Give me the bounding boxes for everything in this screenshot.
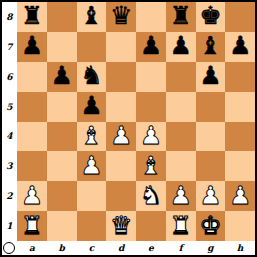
white-knight-e2[interactable]: ♞ xyxy=(140,183,162,208)
square-d8[interactable]: ♛ xyxy=(106,2,136,32)
square-c1[interactable] xyxy=(77,211,107,241)
black-queen-d8[interactable]: ♛ xyxy=(110,3,132,28)
square-a3[interactable] xyxy=(17,151,47,181)
rank-label-7: 7 xyxy=(2,32,17,62)
square-g5[interactable] xyxy=(196,92,226,122)
square-g2[interactable]: ♟ xyxy=(196,181,226,211)
white-queen-d1[interactable]: ♛ xyxy=(110,213,132,238)
square-h8[interactable] xyxy=(225,2,255,32)
square-f7[interactable]: ♟ xyxy=(166,32,196,62)
square-h2[interactable]: ♟ xyxy=(225,181,255,211)
square-b8[interactable] xyxy=(47,2,77,32)
black-rook-a8[interactable]: ♜ xyxy=(21,3,43,28)
rank-label-4: 4 xyxy=(2,122,17,152)
square-g7[interactable]: ♝ xyxy=(196,32,226,62)
chess-board: ♜♝♛♜♚♟♟♟♝♟♟♞♟♟♝♟♟♟♝♟♞♟♟♟♜♛♜♚ xyxy=(17,2,255,241)
square-d5[interactable] xyxy=(106,92,136,122)
white-pawn-h2[interactable]: ♟ xyxy=(229,183,251,208)
white-pawn-d4[interactable]: ♟ xyxy=(110,123,132,148)
rank-label-8: 8 xyxy=(2,2,17,32)
square-g6[interactable]: ♟ xyxy=(196,62,226,92)
white-to-move-indicator xyxy=(3,242,15,254)
square-g3[interactable] xyxy=(196,151,226,181)
rank-labels: 87654321 xyxy=(2,2,17,241)
square-c4[interactable]: ♝ xyxy=(77,122,107,152)
black-pawn-f7[interactable]: ♟ xyxy=(169,33,191,58)
black-rook-f8[interactable]: ♜ xyxy=(169,3,191,28)
square-f4[interactable] xyxy=(166,122,196,152)
square-h1[interactable] xyxy=(225,211,255,241)
square-b3[interactable] xyxy=(47,151,77,181)
square-d2[interactable] xyxy=(106,181,136,211)
square-c5[interactable]: ♟ xyxy=(77,92,107,122)
square-g8[interactable]: ♚ xyxy=(196,2,226,32)
file-label-f: f xyxy=(166,241,196,255)
square-d1[interactable]: ♛ xyxy=(106,211,136,241)
chess-diagram: 87654321 ♜♝♛♜♚♟♟♟♝♟♟♞♟♟♝♟♟♟♝♟♞♟♟♟♜♛♜♚ ab… xyxy=(0,0,257,257)
square-e3[interactable]: ♝ xyxy=(136,151,166,181)
square-g1[interactable]: ♚ xyxy=(196,211,226,241)
file-labels: abcdefgh xyxy=(17,241,255,255)
square-h7[interactable]: ♟ xyxy=(225,32,255,62)
square-c3[interactable]: ♟ xyxy=(77,151,107,181)
square-a7[interactable]: ♟ xyxy=(17,32,47,62)
white-king-g1[interactable]: ♚ xyxy=(199,213,221,238)
square-d7[interactable] xyxy=(106,32,136,62)
square-a8[interactable]: ♜ xyxy=(17,2,47,32)
square-f6[interactable] xyxy=(166,62,196,92)
white-rook-f1[interactable]: ♜ xyxy=(169,213,191,238)
black-pawn-a7[interactable]: ♟ xyxy=(21,33,43,58)
black-pawn-c5[interactable]: ♟ xyxy=(80,93,102,118)
square-f3[interactable] xyxy=(166,151,196,181)
black-pawn-h7[interactable]: ♟ xyxy=(229,33,251,58)
rank-label-1: 1 xyxy=(2,211,17,241)
black-bishop-g7[interactable]: ♝ xyxy=(199,33,221,58)
square-e4[interactable]: ♟ xyxy=(136,122,166,152)
black-pawn-b6[interactable]: ♟ xyxy=(50,63,72,88)
square-c8[interactable]: ♝ xyxy=(77,2,107,32)
square-b6[interactable]: ♟ xyxy=(47,62,77,92)
file-label-g: g xyxy=(196,241,226,255)
square-a1[interactable]: ♜ xyxy=(17,211,47,241)
square-h3[interactable] xyxy=(225,151,255,181)
square-e6[interactable] xyxy=(136,62,166,92)
move-indicator-area xyxy=(2,241,17,255)
white-bishop-e3[interactable]: ♝ xyxy=(140,153,162,178)
square-e8[interactable] xyxy=(136,2,166,32)
white-pawn-g2[interactable]: ♟ xyxy=(199,183,221,208)
square-b5[interactable] xyxy=(47,92,77,122)
black-knight-c6[interactable]: ♞ xyxy=(80,63,102,88)
file-label-h: h xyxy=(225,241,255,255)
square-a4[interactable] xyxy=(17,122,47,152)
square-c2[interactable] xyxy=(77,181,107,211)
square-e7[interactable]: ♟ xyxy=(136,32,166,62)
file-label-d: d xyxy=(106,241,136,255)
square-b1[interactable] xyxy=(47,211,77,241)
rank-label-6: 6 xyxy=(2,62,17,92)
square-h6[interactable] xyxy=(225,62,255,92)
file-label-b: b xyxy=(47,241,77,255)
square-e2[interactable]: ♞ xyxy=(136,181,166,211)
square-f1[interactable]: ♜ xyxy=(166,211,196,241)
file-label-a: a xyxy=(17,241,47,255)
square-b4[interactable] xyxy=(47,122,77,152)
square-h5[interactable] xyxy=(225,92,255,122)
rank-label-3: 3 xyxy=(2,151,17,181)
square-b7[interactable] xyxy=(47,32,77,62)
file-label-e: e xyxy=(136,241,166,255)
white-pawn-a2[interactable]: ♟ xyxy=(21,183,43,208)
square-d6[interactable] xyxy=(106,62,136,92)
white-bishop-c4[interactable]: ♝ xyxy=(80,123,102,148)
square-d3[interactable] xyxy=(106,151,136,181)
white-pawn-e4[interactable]: ♟ xyxy=(140,123,162,148)
square-e1[interactable] xyxy=(136,211,166,241)
square-a5[interactable] xyxy=(17,92,47,122)
black-king-g8[interactable]: ♚ xyxy=(199,3,221,28)
square-c6[interactable]: ♞ xyxy=(77,62,107,92)
square-b2[interactable] xyxy=(47,181,77,211)
white-rook-a1[interactable]: ♜ xyxy=(21,213,43,238)
square-f5[interactable] xyxy=(166,92,196,122)
square-h4[interactable] xyxy=(225,122,255,152)
file-label-c: c xyxy=(77,241,107,255)
rank-label-2: 2 xyxy=(2,181,17,211)
square-a6[interactable] xyxy=(17,62,47,92)
square-f8[interactable]: ♜ xyxy=(166,2,196,32)
square-c7[interactable] xyxy=(77,32,107,62)
square-a2[interactable]: ♟ xyxy=(17,181,47,211)
square-g4[interactable] xyxy=(196,122,226,152)
black-pawn-g6[interactable]: ♟ xyxy=(199,63,221,88)
black-pawn-e7[interactable]: ♟ xyxy=(140,33,162,58)
square-f2[interactable]: ♟ xyxy=(166,181,196,211)
rank-label-5: 5 xyxy=(2,92,17,122)
white-pawn-c3[interactable]: ♟ xyxy=(80,153,102,178)
square-d4[interactable]: ♟ xyxy=(106,122,136,152)
black-bishop-c8[interactable]: ♝ xyxy=(80,3,102,28)
white-pawn-f2[interactable]: ♟ xyxy=(169,183,191,208)
square-e5[interactable] xyxy=(136,92,166,122)
